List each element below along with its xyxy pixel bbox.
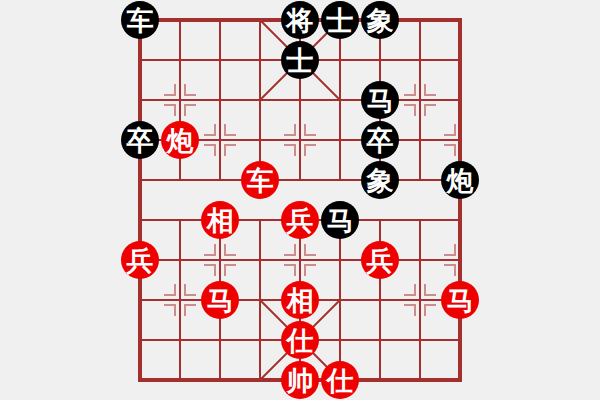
piece-red-general[interactable]: 帅 [281, 361, 319, 399]
piece-black-chariot[interactable]: 车 [121, 1, 159, 39]
piece-black-cannon[interactable]: 炮 [441, 161, 479, 199]
piece-red-elephant[interactable]: 相 [201, 201, 239, 239]
xiangqi-app: 车将士象士马卒炮卒车象炮相兵马兵兵马相马仕帅仕 [0, 0, 600, 400]
piece-black-soldier[interactable]: 卒 [361, 121, 399, 159]
piece-black-elephant[interactable]: 象 [361, 1, 399, 39]
piece-black-advisor[interactable]: 士 [321, 1, 359, 39]
piece-black-elephant[interactable]: 象 [361, 161, 399, 199]
piece-black-horse[interactable]: 马 [321, 201, 359, 239]
xiangqi-board[interactable]: 车将士象士马卒炮卒车象炮相兵马兵兵马相马仕帅仕 [120, 0, 480, 400]
piece-black-general[interactable]: 将 [281, 1, 319, 39]
piece-red-chariot[interactable]: 车 [241, 161, 279, 199]
piece-red-soldier[interactable]: 兵 [121, 241, 159, 279]
piece-black-advisor[interactable]: 士 [281, 41, 319, 79]
piece-red-elephant[interactable]: 相 [281, 281, 319, 319]
piece-black-soldier[interactable]: 卒 [121, 121, 159, 159]
piece-red-advisor[interactable]: 仕 [281, 321, 319, 359]
piece-red-horse[interactable]: 马 [201, 281, 239, 319]
piece-red-horse[interactable]: 马 [441, 281, 479, 319]
piece-red-advisor[interactable]: 仕 [321, 361, 359, 399]
piece-red-soldier[interactable]: 兵 [361, 241, 399, 279]
piece-red-soldier[interactable]: 兵 [281, 201, 319, 239]
piece-red-cannon[interactable]: 炮 [161, 121, 199, 159]
piece-black-horse[interactable]: 马 [361, 81, 399, 119]
